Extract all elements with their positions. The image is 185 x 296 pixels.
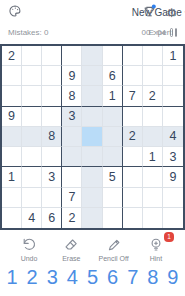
- numpad-4[interactable]: 4: [62, 266, 82, 289]
- pencil-icon: [106, 237, 122, 253]
- cell-r1c8[interactable]: [143, 46, 163, 66]
- cell-r6c5[interactable]: [82, 147, 102, 167]
- numpad-6[interactable]: 6: [103, 266, 123, 289]
- cell-r5c6[interactable]: [103, 127, 123, 147]
- cell-r7c1[interactable]: 1: [2, 167, 22, 187]
- cell-r4c7[interactable]: [123, 107, 143, 127]
- cell-r7c8[interactable]: [143, 167, 163, 187]
- cell-r6c8[interactable]: 1: [143, 147, 163, 167]
- cell-r4c9[interactable]: [163, 107, 183, 127]
- cell-r2c3[interactable]: [42, 66, 62, 86]
- pause-icon: [175, 28, 178, 37]
- hint-badge: 1: [164, 232, 174, 242]
- numpad-1[interactable]: 1: [2, 266, 22, 289]
- eraser-icon: [63, 237, 79, 253]
- cell-r1c3[interactable]: [42, 46, 62, 66]
- cell-r3c9[interactable]: [163, 86, 183, 106]
- hint-label: Hint: [150, 255, 162, 262]
- cell-r9c7[interactable]: [123, 208, 143, 228]
- cell-r6c6[interactable]: [103, 147, 123, 167]
- cell-r6c1[interactable]: [2, 147, 22, 167]
- cell-r4c5[interactable]: [82, 107, 102, 127]
- cell-r4c3[interactable]: [42, 107, 62, 127]
- cell-r9c3[interactable]: 6: [42, 208, 62, 228]
- cell-r8c3[interactable]: [42, 188, 62, 208]
- cell-r6c3[interactable]: [42, 147, 62, 167]
- cell-r1c6[interactable]: [103, 46, 123, 66]
- erase-button[interactable]: Erase: [54, 237, 88, 262]
- difficulty-label: Expert: [148, 28, 171, 37]
- cell-r5c3[interactable]: 8: [42, 127, 62, 147]
- cell-r8c1[interactable]: [2, 188, 22, 208]
- cell-r7c5[interactable]: [82, 167, 102, 187]
- cell-r9c1[interactable]: [2, 208, 22, 228]
- cell-r8c9[interactable]: [163, 188, 183, 208]
- toolbar: Undo Erase Pencil Off 1: [0, 237, 185, 262]
- cell-r8c7[interactable]: [123, 188, 143, 208]
- cell-r2c6[interactable]: 6: [103, 66, 123, 86]
- numpad-2[interactable]: 2: [22, 266, 42, 289]
- cell-r8c4[interactable]: 7: [62, 188, 82, 208]
- theme-palette-button[interactable]: [8, 4, 22, 21]
- cell-r3c4[interactable]: 8: [62, 86, 82, 106]
- cell-r2c8[interactable]: [143, 66, 163, 86]
- cell-r7c3[interactable]: 3: [42, 167, 62, 187]
- palette-icon: [8, 4, 22, 21]
- cell-r9c6[interactable]: [103, 208, 123, 228]
- cell-r8c5[interactable]: [82, 188, 102, 208]
- cell-r1c7[interactable]: [123, 46, 143, 66]
- cell-r1c9[interactable]: 1: [163, 46, 183, 66]
- undo-button[interactable]: Undo: [12, 237, 46, 262]
- trophy-icon: [142, 4, 157, 22]
- cell-r9c4[interactable]: 2: [62, 208, 82, 228]
- erase-label: Erase: [62, 255, 80, 262]
- cell-r4c4[interactable]: 3: [62, 107, 82, 127]
- cell-r7c7[interactable]: [123, 167, 143, 187]
- numpad-9[interactable]: 9: [163, 266, 183, 289]
- cell-r9c2[interactable]: 4: [22, 208, 42, 228]
- cell-r8c2[interactable]: [22, 188, 42, 208]
- numpad-7[interactable]: 7: [123, 266, 143, 289]
- cell-r4c2[interactable]: [22, 107, 42, 127]
- cell-r9c9[interactable]: [163, 208, 183, 228]
- hint-button[interactable]: 1 Hint: [139, 237, 173, 262]
- trophy-button[interactable]: [142, 4, 157, 22]
- cell-r4c8[interactable]: [143, 107, 163, 127]
- pencil-toggle-button[interactable]: Pencil Off: [97, 237, 131, 262]
- lightbulb-icon: [148, 237, 164, 253]
- cell-r5c2[interactable]: [22, 127, 42, 147]
- cell-r3c3[interactable]: [42, 86, 62, 106]
- cell-r9c5[interactable]: [82, 208, 102, 228]
- notification-dot: [152, 4, 156, 8]
- cell-r7c6[interactable]: 5: [103, 167, 123, 187]
- cell-r2c2[interactable]: [22, 66, 42, 86]
- cell-r6c7[interactable]: [123, 147, 143, 167]
- cell-r6c4[interactable]: [62, 147, 82, 167]
- new-game-dropdown[interactable]: New Game ▾: [132, 7, 185, 18]
- cell-r2c7[interactable]: [123, 66, 143, 86]
- mistakes-counter: Mistakes: 0: [8, 28, 48, 37]
- number-pad: 123456789: [0, 266, 185, 289]
- cell-r6c9[interactable]: 3: [163, 147, 183, 167]
- cell-r2c1[interactable]: [2, 66, 22, 86]
- numpad-8[interactable]: 8: [143, 266, 163, 289]
- cell-r1c2[interactable]: [22, 46, 42, 66]
- cell-r8c6[interactable]: [103, 188, 123, 208]
- numpad-3[interactable]: 3: [42, 266, 62, 289]
- cell-r1c4[interactable]: [62, 46, 82, 66]
- cell-r7c4[interactable]: [62, 167, 82, 187]
- cell-r3c6[interactable]: 1: [103, 86, 123, 106]
- cell-r7c9[interactable]: 9: [163, 167, 183, 187]
- undo-icon: [21, 237, 37, 253]
- cell-r8c8[interactable]: [143, 188, 163, 208]
- cell-r3c1[interactable]: [2, 86, 22, 106]
- cell-r3c8[interactable]: 2: [143, 86, 163, 106]
- cell-r5c4[interactable]: [62, 127, 82, 147]
- cell-r5c1[interactable]: [2, 127, 22, 147]
- gear-icon: ⚙: [166, 7, 177, 19]
- cell-r9c8[interactable]: [143, 208, 163, 228]
- cell-r2c5[interactable]: [82, 66, 102, 86]
- cell-r7c2[interactable]: [22, 167, 42, 187]
- pencil-label: Pencil Off: [99, 255, 129, 262]
- cell-r2c9[interactable]: [163, 66, 183, 86]
- cell-r5c9[interactable]: 4: [163, 127, 183, 147]
- cell-r4c6[interactable]: [103, 107, 123, 127]
- undo-label: Undo: [21, 255, 38, 262]
- cell-r6c2[interactable]: [22, 147, 42, 167]
- top-bar: New Game ▾ ⚙: [0, 0, 185, 20]
- sudoku-board: 21968172938241313597462: [0, 44, 185, 230]
- status-bar: Mistakes: 0 Expert 00 : 04: [0, 27, 185, 38]
- cell-r5c8[interactable]: [143, 127, 163, 147]
- cell-r2c4[interactable]: 9: [62, 66, 82, 86]
- cell-r1c5[interactable]: [82, 46, 102, 66]
- cell-r1c1[interactable]: 2: [2, 46, 22, 66]
- settings-button[interactable]: ⚙: [166, 7, 177, 19]
- cell-r3c5[interactable]: [82, 86, 102, 106]
- cell-r4c1[interactable]: 9: [2, 107, 22, 127]
- cell-r3c2[interactable]: [22, 86, 42, 106]
- cell-r5c7[interactable]: 2: [123, 127, 143, 147]
- cell-r3c7[interactable]: 7: [123, 86, 143, 106]
- numpad-5[interactable]: 5: [82, 266, 102, 289]
- cell-r5c5[interactable]: [82, 127, 102, 147]
